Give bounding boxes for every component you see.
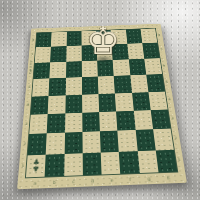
square-c8 [66, 31, 81, 46]
rank-label-left-5: 5 [28, 86, 31, 89]
rank-label-left-1: 1 [21, 164, 24, 168]
square-e5 [98, 76, 115, 94]
square-c2 [64, 132, 82, 153]
file-label-c: c [72, 180, 74, 184]
square-e3 [99, 111, 117, 131]
square-d3 [82, 112, 100, 132]
square-f2 [118, 130, 138, 151]
square-f4 [115, 92, 133, 111]
rank-label-left-3: 3 [25, 123, 28, 127]
rank-label-right-8: 8 [158, 34, 161, 37]
square-d5 [82, 77, 99, 95]
square-b5 [49, 78, 66, 96]
file-labels: abcdefgh [25, 176, 178, 186]
square-b3 [47, 113, 65, 133]
file-label-h: h [167, 177, 170, 181]
square-d2 [82, 131, 100, 152]
square-a1: ♣♣ [26, 154, 46, 177]
square-a5 [32, 78, 49, 96]
rank-label-right-7: 7 [160, 49, 163, 52]
square-c3 [65, 113, 83, 133]
file-label-b: b [53, 181, 56, 185]
file-label-e: e [110, 179, 113, 183]
white-king-piece: ♚ [86, 20, 120, 63]
white-king-glyph: ♚ [86, 19, 120, 63]
square-b2 [46, 133, 65, 155]
square-a4 [31, 96, 49, 115]
rank-label-right-2: 2 [174, 137, 177, 141]
rank-label-left-8: 8 [32, 39, 34, 42]
rank-label-right-3: 3 [171, 117, 174, 121]
square-b6 [50, 62, 66, 79]
square-c7 [66, 46, 82, 62]
file-label-f: f [130, 178, 132, 182]
board-side-text: CHESS [28, 60, 35, 74]
file-label-d: d [91, 180, 94, 184]
square-b4 [48, 95, 65, 114]
rank-label-left-2: 2 [23, 143, 26, 147]
square-a7 [35, 47, 51, 63]
square-b8 [51, 32, 66, 47]
square-f3 [116, 111, 135, 131]
rank-label-right-5: 5 [165, 81, 168, 84]
rank-label-right-1: 1 [178, 158, 181, 162]
rank-label-left-4: 4 [27, 104, 30, 107]
rank-label-right-6: 6 [163, 64, 166, 67]
square-d4 [82, 94, 99, 113]
file-label-g: g [148, 177, 151, 181]
photo-scene: ♣♣ abcdefgh 87654321 87654321 CHESS ♚ [0, 0, 200, 200]
rank-label-right-4: 4 [168, 98, 171, 101]
square-a2 [28, 134, 47, 156]
square-c1 [64, 153, 83, 176]
square-e4 [98, 93, 116, 112]
file-label-a: a [34, 182, 37, 186]
maker-emblem-icon: ♣♣ [32, 162, 39, 170]
square-a6 [33, 62, 50, 79]
square-d1 [82, 152, 101, 175]
square-a3 [29, 114, 48, 134]
square-b7 [50, 46, 66, 62]
square-c6 [66, 61, 82, 78]
rank-label-left-7: 7 [31, 54, 34, 57]
square-a8 [36, 32, 52, 47]
square-c4 [65, 94, 82, 113]
square-f5 [114, 75, 132, 93]
square-e1 [101, 152, 121, 175]
square-f1 [119, 151, 139, 174]
square-e2 [100, 131, 119, 152]
square-c5 [65, 77, 82, 95]
square-b1 [45, 154, 64, 177]
